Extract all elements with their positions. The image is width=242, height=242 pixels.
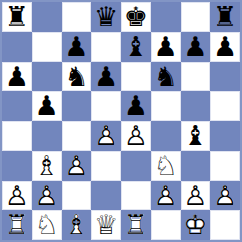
piece-black-pawn[interactable]: ♟ xyxy=(91,62,121,92)
square-d2[interactable] xyxy=(91,181,121,211)
square-b6[interactable] xyxy=(32,62,62,92)
square-c4[interactable] xyxy=(62,121,92,151)
square-g7[interactable]: ♟ xyxy=(181,32,211,62)
square-c1[interactable]: ♗ xyxy=(62,210,92,240)
piece-black-pawn[interactable]: ♟ xyxy=(121,91,151,121)
square-h8[interactable]: ♜ xyxy=(210,2,240,32)
piece-white-pawn[interactable]: ♙ xyxy=(2,181,32,211)
piece-black-knight[interactable]: ♞ xyxy=(62,62,92,92)
square-a3[interactable] xyxy=(2,151,32,181)
square-b4[interactable] xyxy=(32,121,62,151)
square-d4[interactable]: ♙ xyxy=(91,121,121,151)
square-e5[interactable]: ♟ xyxy=(121,91,151,121)
square-g3[interactable] xyxy=(181,151,211,181)
square-h7[interactable]: ♟ xyxy=(210,32,240,62)
square-h5[interactable] xyxy=(210,91,240,121)
piece-black-pawn[interactable]: ♟ xyxy=(181,32,211,62)
piece-white-bishop[interactable]: ♗ xyxy=(32,151,62,181)
square-e7[interactable]: ♝ xyxy=(121,32,151,62)
piece-white-pawn[interactable]: ♙ xyxy=(32,181,62,211)
square-b5[interactable]: ♟ xyxy=(32,91,62,121)
square-g4[interactable]: ♝ xyxy=(181,121,211,151)
square-g2[interactable]: ♙ xyxy=(181,181,211,211)
square-b1[interactable]: ♘ xyxy=(32,210,62,240)
piece-black-knight[interactable]: ♞ xyxy=(151,62,181,92)
piece-black-bishop[interactable]: ♝ xyxy=(181,121,211,151)
square-e3[interactable] xyxy=(121,151,151,181)
square-h4[interactable] xyxy=(210,121,240,151)
square-d3[interactable] xyxy=(91,151,121,181)
square-g5[interactable] xyxy=(181,91,211,121)
square-d6[interactable]: ♟ xyxy=(91,62,121,92)
square-f1[interactable] xyxy=(151,210,181,240)
piece-white-rook[interactable]: ♖ xyxy=(121,210,151,240)
piece-white-queen[interactable]: ♕ xyxy=(91,210,121,240)
square-a2[interactable]: ♙ xyxy=(2,181,32,211)
piece-white-king[interactable]: ♔ xyxy=(181,210,211,240)
piece-black-pawn[interactable]: ♟ xyxy=(151,32,181,62)
chess-board: ♜♛♚♜♟♝♟♟♟♟♞♟♞♟♟♙♙♝♗♙♘♙♙♙♙♙♖♘♗♕♖♔ xyxy=(0,0,242,242)
square-a4[interactable] xyxy=(2,121,32,151)
square-f6[interactable]: ♞ xyxy=(151,62,181,92)
piece-black-king[interactable]: ♚ xyxy=(121,2,151,32)
piece-white-pawn[interactable]: ♙ xyxy=(181,181,211,211)
piece-black-rook[interactable]: ♜ xyxy=(210,2,240,32)
square-b7[interactable] xyxy=(32,32,62,62)
square-h1[interactable] xyxy=(210,210,240,240)
piece-black-queen[interactable]: ♛ xyxy=(91,2,121,32)
square-e2[interactable] xyxy=(121,181,151,211)
square-a7[interactable] xyxy=(2,32,32,62)
piece-black-pawn[interactable]: ♟ xyxy=(62,32,92,62)
piece-black-pawn[interactable]: ♟ xyxy=(32,91,62,121)
square-a5[interactable] xyxy=(2,91,32,121)
piece-white-pawn[interactable]: ♙ xyxy=(151,181,181,211)
piece-black-pawn[interactable]: ♟ xyxy=(2,62,32,92)
square-d7[interactable] xyxy=(91,32,121,62)
square-c3[interactable]: ♙ xyxy=(62,151,92,181)
square-a6[interactable]: ♟ xyxy=(2,62,32,92)
piece-black-pawn[interactable]: ♟ xyxy=(210,32,240,62)
square-h6[interactable] xyxy=(210,62,240,92)
square-c6[interactable]: ♞ xyxy=(62,62,92,92)
square-f4[interactable] xyxy=(151,121,181,151)
square-f2[interactable]: ♙ xyxy=(151,181,181,211)
square-g1[interactable]: ♔ xyxy=(181,210,211,240)
piece-white-knight[interactable]: ♘ xyxy=(151,151,181,181)
square-g8[interactable] xyxy=(181,2,211,32)
square-c2[interactable] xyxy=(62,181,92,211)
square-b8[interactable] xyxy=(32,2,62,32)
piece-black-bishop[interactable]: ♝ xyxy=(121,32,151,62)
square-h3[interactable] xyxy=(210,151,240,181)
square-c8[interactable] xyxy=(62,2,92,32)
square-e8[interactable]: ♚ xyxy=(121,2,151,32)
square-a1[interactable]: ♖ xyxy=(2,210,32,240)
square-c5[interactable] xyxy=(62,91,92,121)
square-d1[interactable]: ♕ xyxy=(91,210,121,240)
square-b3[interactable]: ♗ xyxy=(32,151,62,181)
piece-white-rook[interactable]: ♖ xyxy=(2,210,32,240)
square-f3[interactable]: ♘ xyxy=(151,151,181,181)
piece-white-knight[interactable]: ♘ xyxy=(32,210,62,240)
piece-white-pawn[interactable]: ♙ xyxy=(121,121,151,151)
square-c7[interactable]: ♟ xyxy=(62,32,92,62)
piece-white-bishop[interactable]: ♗ xyxy=(62,210,92,240)
square-d8[interactable]: ♛ xyxy=(91,2,121,32)
square-b2[interactable]: ♙ xyxy=(32,181,62,211)
square-f5[interactable] xyxy=(151,91,181,121)
square-f7[interactable]: ♟ xyxy=(151,32,181,62)
piece-white-pawn[interactable]: ♙ xyxy=(210,181,240,211)
square-e1[interactable]: ♖ xyxy=(121,210,151,240)
square-h2[interactable]: ♙ xyxy=(210,181,240,211)
square-g6[interactable] xyxy=(181,62,211,92)
square-e6[interactable] xyxy=(121,62,151,92)
square-f8[interactable] xyxy=(151,2,181,32)
square-d5[interactable] xyxy=(91,91,121,121)
piece-white-pawn[interactable]: ♙ xyxy=(62,151,92,181)
square-a8[interactable]: ♜ xyxy=(2,2,32,32)
piece-black-rook[interactable]: ♜ xyxy=(2,2,32,32)
square-e4[interactable]: ♙ xyxy=(121,121,151,151)
piece-white-pawn[interactable]: ♙ xyxy=(91,121,121,151)
